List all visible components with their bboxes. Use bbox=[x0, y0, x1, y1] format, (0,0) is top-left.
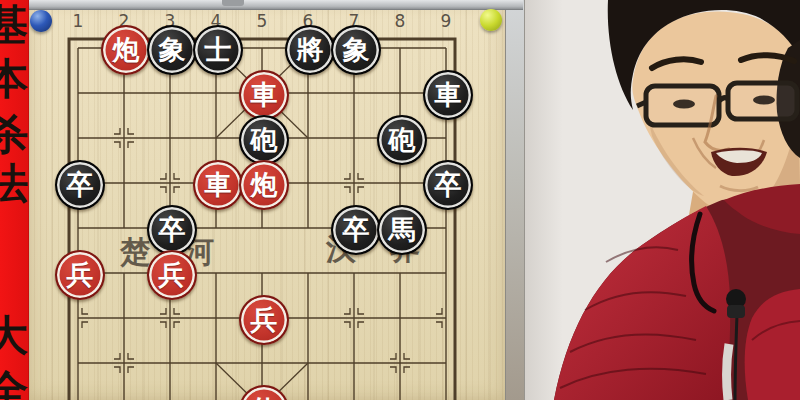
column-label-8: 8 bbox=[387, 11, 413, 31]
column-label-9: 9 bbox=[433, 11, 459, 31]
video-frame: 楚河 汉界 123456789 炮象士將象車車砲砲卒車炮卒卒卒馬兵兵兵仕 bbox=[0, 0, 800, 400]
banner-character: 本 bbox=[0, 58, 29, 100]
presenter bbox=[520, 0, 800, 400]
piece-black-advisor[interactable]: 士 bbox=[193, 25, 243, 75]
piece-black-soldier[interactable]: 卒 bbox=[423, 160, 473, 210]
piece-black-horse[interactable]: 馬 bbox=[377, 205, 427, 255]
banner-character: 法 bbox=[0, 163, 29, 205]
left-banner: 基本杀法大全 bbox=[0, 0, 29, 400]
piece-red-chariot[interactable]: 車 bbox=[193, 160, 243, 210]
piece-black-elephant[interactable]: 象 bbox=[147, 25, 197, 75]
piece-red-soldier[interactable]: 兵 bbox=[239, 295, 289, 345]
piece-red-chariot[interactable]: 車 bbox=[239, 70, 289, 120]
piece-black-cannon[interactable]: 砲 bbox=[377, 115, 427, 165]
banner-character: 杀 bbox=[0, 114, 29, 156]
piece-black-soldier[interactable]: 卒 bbox=[55, 160, 105, 210]
piece-black-general[interactable]: 將 bbox=[285, 25, 335, 75]
board-frame-right-rail bbox=[505, 0, 525, 400]
piece-black-soldier[interactable]: 卒 bbox=[331, 205, 381, 255]
magnet-pin-blue[interactable] bbox=[30, 10, 52, 32]
piece-black-soldier[interactable]: 卒 bbox=[147, 205, 197, 255]
piece-black-elephant[interactable]: 象 bbox=[331, 25, 381, 75]
glasses bbox=[637, 83, 797, 125]
magnet-pin-yellow[interactable] bbox=[480, 9, 502, 31]
banner-character: 大 bbox=[0, 315, 29, 357]
piece-red-cannon[interactable]: 炮 bbox=[239, 160, 289, 210]
piece-red-soldier[interactable]: 兵 bbox=[147, 250, 197, 300]
piece-red-soldier[interactable]: 兵 bbox=[55, 250, 105, 300]
board-frame-clip bbox=[222, 0, 244, 6]
piece-black-chariot[interactable]: 車 bbox=[423, 70, 473, 120]
column-label-5: 5 bbox=[249, 11, 275, 31]
banner-character: 全 bbox=[0, 370, 29, 400]
banner-character: 基 bbox=[0, 4, 29, 46]
column-label-1: 1 bbox=[65, 11, 91, 31]
board-frame-top-rail bbox=[28, 0, 523, 10]
piece-red-cannon[interactable]: 炮 bbox=[101, 25, 151, 75]
piece-black-cannon[interactable]: 砲 bbox=[239, 115, 289, 165]
white-cord bbox=[727, 344, 729, 400]
